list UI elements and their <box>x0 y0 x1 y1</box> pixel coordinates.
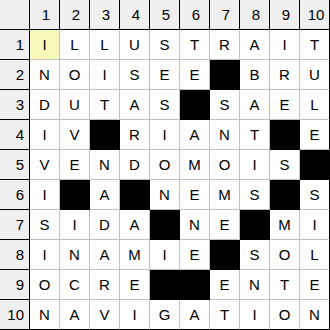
col-label-4: 4 <box>120 0 150 30</box>
row-label-3: 3 <box>0 90 30 120</box>
black-cell-r2-c7 <box>210 60 240 90</box>
cell-r2-c6[interactable]: E <box>180 60 210 90</box>
cell-r5-c2[interactable]: E <box>60 150 90 180</box>
cell-r1-c1[interactable]: I <box>30 30 60 60</box>
cell-r7-c9[interactable]: M <box>270 210 300 240</box>
cell-r5-c3[interactable]: N <box>90 150 120 180</box>
cell-r1-c9[interactable]: I <box>270 30 300 60</box>
row-label-10: 10 <box>0 300 30 330</box>
cell-r5-c9[interactable]: S <box>270 150 300 180</box>
cell-r4-c10[interactable]: E <box>300 120 330 150</box>
cell-r10-c2[interactable]: A <box>60 300 90 330</box>
col-label-8: 8 <box>240 0 270 30</box>
cell-r5-c4[interactable]: D <box>120 150 150 180</box>
cell-r9-c8[interactable]: N <box>240 270 270 300</box>
col-label-3: 3 <box>90 0 120 30</box>
cell-r6-c10[interactable]: S <box>300 180 330 210</box>
black-cell-r7-c5 <box>150 210 180 240</box>
black-cell-r9-c5 <box>150 270 180 300</box>
black-cell-r8-c7 <box>210 240 240 270</box>
black-cell-r3-c6 <box>180 90 210 120</box>
cell-r6-c1[interactable]: I <box>30 180 60 210</box>
cell-r3-c8[interactable]: A <box>240 90 270 120</box>
cell-r3-c5[interactable]: S <box>150 90 180 120</box>
cell-r9-c4[interactable]: E <box>120 270 150 300</box>
cell-r8-c1[interactable]: I <box>30 240 60 270</box>
cell-r10-c1[interactable]: N <box>30 300 60 330</box>
col-label-6: 6 <box>180 0 210 30</box>
row-label-8: 8 <box>0 240 30 270</box>
black-cell-r9-c6 <box>180 270 210 300</box>
black-cell-r6-c2 <box>60 180 90 210</box>
row-label-1: 1 <box>0 30 30 60</box>
cell-r4-c4[interactable]: R <box>120 120 150 150</box>
cell-r10-c10[interactable]: N <box>300 300 330 330</box>
cell-r1-c6[interactable]: T <box>180 30 210 60</box>
cell-r10-c6[interactable]: A <box>180 300 210 330</box>
cell-r10-c8[interactable]: I <box>240 300 270 330</box>
cell-r7-c10[interactable]: I <box>300 210 330 240</box>
cell-r3-c2[interactable]: U <box>60 90 90 120</box>
cell-r1-c8[interactable]: A <box>240 30 270 60</box>
cell-r1-c10[interactable]: T <box>300 30 330 60</box>
cell-r3-c10[interactable]: L <box>300 90 330 120</box>
cell-r1-c2[interactable]: L <box>60 30 90 60</box>
cell-r2-c4[interactable]: S <box>120 60 150 90</box>
cell-r8-c2[interactable]: N <box>60 240 90 270</box>
cell-r8-c4[interactable]: M <box>120 240 150 270</box>
cell-r9-c10[interactable]: E <box>300 270 330 300</box>
cell-r3-c9[interactable]: E <box>270 90 300 120</box>
cell-r9-c7[interactable]: E <box>210 270 240 300</box>
cell-r10-c7[interactable]: T <box>210 300 240 330</box>
cell-r6-c3[interactable]: A <box>90 180 120 210</box>
col-label-9: 9 <box>270 0 300 30</box>
cell-r9-c9[interactable]: T <box>270 270 300 300</box>
cell-r2-c8[interactable]: B <box>240 60 270 90</box>
cell-r9-c3[interactable]: R <box>90 270 120 300</box>
row-label-2: 2 <box>0 60 30 90</box>
cell-r4-c5[interactable]: I <box>150 120 180 150</box>
col-label-7: 7 <box>210 0 240 30</box>
cell-r8-c3[interactable]: A <box>90 240 120 270</box>
cell-r1-c7[interactable]: R <box>210 30 240 60</box>
cell-r7-c2[interactable]: I <box>60 210 90 240</box>
cell-r1-c5[interactable]: S <box>150 30 180 60</box>
cell-r7-c6[interactable]: N <box>180 210 210 240</box>
cell-r3-c3[interactable]: T <box>90 90 120 120</box>
cell-r6-c7[interactable]: M <box>210 180 240 210</box>
cell-r3-c1[interactable]: D <box>30 90 60 120</box>
cell-r4-c1[interactable]: I <box>30 120 60 150</box>
black-cell-r4-c3 <box>90 120 120 150</box>
col-label-5: 5 <box>150 0 180 30</box>
cell-r5-c8[interactable]: I <box>240 150 270 180</box>
cell-r5-c7[interactable]: O <box>210 150 240 180</box>
cell-r8-c8[interactable]: S <box>240 240 270 270</box>
cell-r10-c3[interactable]: V <box>90 300 120 330</box>
crossword-board: 123456789101ILLUSTRAIT2NOISEEBRU3DUTASSA… <box>0 0 330 330</box>
cell-r10-c4[interactable]: I <box>120 300 150 330</box>
cell-r5-c6[interactable]: M <box>180 150 210 180</box>
black-cell-r5-c10 <box>300 150 330 180</box>
cell-r9-c2[interactable]: C <box>60 270 90 300</box>
cell-r7-c1[interactable]: S <box>30 210 60 240</box>
cell-r3-c7[interactable]: S <box>210 90 240 120</box>
black-cell-r4-c9 <box>270 120 300 150</box>
cell-r9-c1[interactable]: O <box>30 270 60 300</box>
cell-r7-c4[interactable]: A <box>120 210 150 240</box>
cell-r4-c2[interactable]: V <box>60 120 90 150</box>
row-label-5: 5 <box>0 150 30 180</box>
cell-r10-c9[interactable]: O <box>270 300 300 330</box>
cell-r4-c6[interactable]: A <box>180 120 210 150</box>
cell-r1-c4[interactable]: U <box>120 30 150 60</box>
cell-r8-c6[interactable]: E <box>180 240 210 270</box>
cell-r2-c3[interactable]: I <box>90 60 120 90</box>
cell-r2-c10[interactable]: U <box>300 60 330 90</box>
cell-r5-c5[interactable]: O <box>150 150 180 180</box>
corner-cell <box>0 0 30 30</box>
cell-r4-c8[interactable]: T <box>240 120 270 150</box>
cell-r7-c3[interactable]: D <box>90 210 120 240</box>
cell-r5-c1[interactable]: V <box>30 150 60 180</box>
row-label-4: 4 <box>0 120 30 150</box>
cell-r2-c5[interactable]: E <box>150 60 180 90</box>
cell-r2-c2[interactable]: O <box>60 60 90 90</box>
row-label-9: 9 <box>0 270 30 300</box>
cell-r8-c5[interactable]: I <box>150 240 180 270</box>
cell-r8-c10[interactable]: L <box>300 240 330 270</box>
row-label-7: 7 <box>0 210 30 240</box>
col-label-10: 10 <box>300 0 330 30</box>
cell-r4-c7[interactable]: N <box>210 120 240 150</box>
col-label-2: 2 <box>60 0 90 30</box>
col-label-1: 1 <box>30 0 60 30</box>
cell-r6-c6[interactable]: E <box>180 180 210 210</box>
cell-r2-c1[interactable]: N <box>30 60 60 90</box>
cell-r8-c9[interactable]: O <box>270 240 300 270</box>
black-cell-r6-c4 <box>120 180 150 210</box>
cell-r7-c7[interactable]: E <box>210 210 240 240</box>
black-cell-r6-c9 <box>270 180 300 210</box>
cell-r3-c4[interactable]: A <box>120 90 150 120</box>
cell-r10-c5[interactable]: G <box>150 300 180 330</box>
cell-r6-c5[interactable]: N <box>150 180 180 210</box>
cell-r2-c9[interactable]: R <box>270 60 300 90</box>
row-label-6: 6 <box>0 180 30 210</box>
black-cell-r7-c8 <box>240 210 270 240</box>
cell-r1-c3[interactable]: L <box>90 30 120 60</box>
cell-r6-c8[interactable]: S <box>240 180 270 210</box>
